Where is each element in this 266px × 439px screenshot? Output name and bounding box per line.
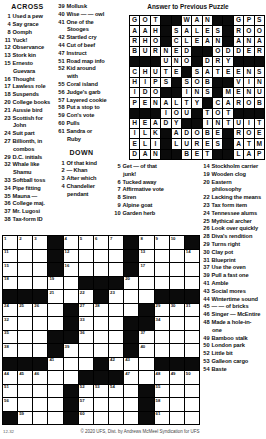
puzzle-cell[interactable] bbox=[33, 398, 47, 411]
puzzle-cell[interactable] bbox=[170, 385, 184, 398]
solution-black-cell bbox=[203, 98, 212, 107]
puzzle-cell[interactable] bbox=[109, 263, 123, 276]
solution-letter-cell: E bbox=[223, 67, 232, 76]
puzzle-cell[interactable] bbox=[170, 398, 184, 411]
solution-letter-cell: P bbox=[255, 150, 264, 159]
puzzle-cell[interactable] bbox=[94, 344, 108, 357]
solution-letter-cell: A bbox=[151, 119, 160, 128]
puzzle-cell[interactable] bbox=[170, 412, 184, 425]
clue: 8Siren bbox=[112, 194, 170, 202]
clue: 25Mythical archer bbox=[201, 218, 261, 226]
solution-letter-cell: R bbox=[151, 47, 160, 56]
puzzle-cell[interactable] bbox=[170, 277, 184, 290]
puzzle-cell[interactable] bbox=[94, 317, 108, 330]
puzzle-cell[interactable] bbox=[33, 250, 47, 263]
solution-letter-cell: S bbox=[213, 139, 222, 148]
puzzle-cell[interactable]: 17 bbox=[139, 263, 153, 276]
clue: 20Eastern philosophy bbox=[201, 179, 261, 195]
solution-letter-cell: E bbox=[203, 139, 212, 148]
clue: 20College books bbox=[2, 99, 53, 107]
puzzle-cell[interactable] bbox=[155, 250, 169, 263]
puzzle-cell[interactable] bbox=[18, 344, 32, 357]
clue-number: 24 bbox=[2, 130, 11, 138]
puzzle-cell[interactable] bbox=[185, 344, 199, 357]
puzzle-cell[interactable]: 2 bbox=[18, 236, 32, 249]
puzzle-cell[interactable] bbox=[79, 250, 93, 263]
across-header: ACROSS bbox=[2, 3, 53, 11]
clue-number: 53 bbox=[201, 358, 210, 366]
solution-black-cell bbox=[223, 37, 232, 46]
puzzle-cell[interactable] bbox=[109, 398, 123, 411]
solution-black-cell bbox=[161, 150, 170, 159]
clue: 29D.C. initials bbox=[2, 154, 53, 162]
solution-letter-cell: H bbox=[130, 78, 139, 87]
clue: 12Observance bbox=[2, 44, 53, 52]
solution-letter-cell: E bbox=[255, 129, 264, 138]
clue: 22Lacking the means bbox=[201, 194, 261, 202]
puzzle-cell[interactable]: 32 bbox=[3, 317, 17, 330]
clue-number: 9 bbox=[112, 202, 121, 210]
cell-number: 38 bbox=[4, 345, 9, 350]
solution-black-cell bbox=[161, 16, 170, 25]
puzzle-cell[interactable] bbox=[124, 304, 138, 317]
clue-number: 35 bbox=[2, 193, 11, 201]
solution-black-cell bbox=[192, 57, 201, 66]
puzzle-cell[interactable]: 16 bbox=[64, 263, 78, 276]
puzzle-cell[interactable]: 57 bbox=[79, 398, 93, 411]
across-clues-39-61: 39Mollusk40Wise — — owl41One of the Stoo… bbox=[56, 3, 107, 143]
clue: 4Chandelier pendant bbox=[56, 183, 107, 199]
puzzle-cell[interactable]: 5 bbox=[79, 236, 93, 249]
puzzle-cell[interactable] bbox=[109, 344, 123, 357]
clue-number: 23 bbox=[201, 202, 210, 210]
clue: 53Galleon cargo bbox=[201, 358, 261, 366]
puzzle-cell[interactable] bbox=[48, 317, 62, 330]
puzzle-cell[interactable] bbox=[94, 263, 108, 276]
solution-letter-cell: H bbox=[130, 119, 139, 128]
clue-number: 58 bbox=[56, 104, 65, 112]
black-cell bbox=[124, 236, 138, 249]
puzzle-cell[interactable] bbox=[109, 331, 123, 344]
puzzle-cell[interactable]: 10 bbox=[170, 236, 184, 249]
solution-letter-cell: O bbox=[151, 37, 160, 46]
puzzle-cell[interactable] bbox=[94, 412, 108, 425]
puzzle-cell[interactable]: 36 bbox=[79, 331, 93, 344]
solution-black-cell bbox=[234, 57, 243, 66]
solution-letter-cell: D bbox=[223, 47, 232, 56]
clue: 61Sandra or Ruby bbox=[56, 128, 107, 144]
puzzle-cell[interactable] bbox=[185, 412, 199, 425]
puzzle-cell[interactable] bbox=[139, 277, 153, 290]
solution-letter-cell: A bbox=[161, 98, 170, 107]
solution-black-cell bbox=[244, 57, 253, 66]
copyright-line: © 2020 UFS, Dist. by Andrews McMeel Synd… bbox=[40, 429, 240, 434]
puzzle-cell[interactable]: 60 bbox=[79, 412, 93, 425]
cell-number: 22 bbox=[80, 291, 85, 296]
clue: 15Ernesto Guevara bbox=[2, 60, 53, 76]
solution-letter-cell: U bbox=[182, 139, 191, 148]
solution-letter-cell: O bbox=[182, 57, 191, 66]
puzzle-cell[interactable] bbox=[33, 331, 47, 344]
puzzle-cell[interactable] bbox=[139, 290, 153, 303]
puzzle-cell[interactable] bbox=[48, 304, 62, 317]
clue-number: 49 bbox=[201, 335, 210, 343]
cell-number: 47 bbox=[125, 372, 130, 377]
puzzle-cell[interactable] bbox=[170, 250, 184, 263]
puzzle-cell[interactable]: 33 bbox=[79, 317, 93, 330]
puzzle-cell[interactable]: 9 bbox=[155, 236, 169, 249]
puzzle-cell[interactable] bbox=[79, 344, 93, 357]
cell-number: 16 bbox=[65, 264, 70, 269]
clue-number: 48 bbox=[201, 319, 210, 327]
puzzle-cell[interactable] bbox=[124, 412, 138, 425]
puzzle-cell[interactable] bbox=[185, 398, 199, 411]
black-cell bbox=[94, 371, 108, 384]
solution-black-cell bbox=[130, 57, 139, 66]
black-cell bbox=[3, 358, 17, 371]
puzzle-cell[interactable]: 27 bbox=[79, 304, 93, 317]
black-cell bbox=[124, 250, 138, 263]
solution-letter-cell: Y bbox=[172, 119, 181, 128]
puzzle-cell[interactable] bbox=[139, 358, 153, 371]
cell-number: 6 bbox=[95, 237, 97, 242]
clue-number: 38 bbox=[2, 216, 11, 224]
puzzle-cell[interactable] bbox=[155, 331, 169, 344]
puzzle-cell[interactable]: 23 bbox=[109, 290, 123, 303]
clue-number: 54 bbox=[201, 366, 210, 374]
puzzle-cell[interactable] bbox=[48, 398, 62, 411]
cell-number: 23 bbox=[110, 291, 115, 296]
clue: 47Instruct bbox=[56, 50, 107, 58]
puzzle-cell[interactable] bbox=[94, 250, 108, 263]
puzzle-cell[interactable]: 39 bbox=[64, 344, 78, 357]
puzzle-cell[interactable]: 28 bbox=[94, 304, 108, 317]
puzzle-cell[interactable] bbox=[109, 250, 123, 263]
puzzle-cell[interactable]: 56 bbox=[3, 398, 17, 411]
puzzle-cell[interactable] bbox=[18, 263, 32, 276]
puzzle-cell[interactable]: 55 bbox=[155, 385, 169, 398]
puzzle-cell[interactable]: 14 bbox=[185, 250, 199, 263]
puzzle-cell[interactable] bbox=[79, 358, 93, 371]
clue-number: 39 bbox=[201, 272, 210, 280]
puzzle-cell[interactable] bbox=[185, 331, 199, 344]
cell-number: 56 bbox=[4, 399, 9, 404]
puzzle-cell[interactable] bbox=[170, 331, 184, 344]
solution-letter-cell: I bbox=[244, 78, 253, 87]
solution-letter-cell: O bbox=[151, 88, 160, 97]
puzzle-cell[interactable]: 47 bbox=[124, 371, 138, 384]
clue: 50London park bbox=[201, 342, 261, 350]
clue: 36College maj. bbox=[2, 200, 53, 208]
puzzle-cell[interactable] bbox=[109, 412, 123, 425]
clue: 35Mauna — bbox=[2, 193, 53, 201]
puzzle-cell[interactable]: 7 bbox=[109, 236, 123, 249]
solution-black-cell bbox=[172, 88, 181, 97]
puzzle-cell[interactable]: 4 bbox=[64, 236, 78, 249]
puzzle-cell[interactable] bbox=[94, 331, 108, 344]
solution-letter-cell: B bbox=[182, 150, 191, 159]
solution-letter-cell: R bbox=[255, 47, 264, 56]
puzzle-cell[interactable] bbox=[18, 277, 32, 290]
puzzle-cell[interactable]: 45 bbox=[18, 371, 32, 384]
cell-number: 30 bbox=[171, 304, 176, 309]
puzzle-cell[interactable] bbox=[18, 385, 32, 398]
puzzle-cell[interactable]: 12 bbox=[64, 250, 78, 263]
puzzle-cell[interactable]: 3 bbox=[33, 236, 47, 249]
puzzle-cell[interactable]: 41 bbox=[48, 358, 62, 371]
clue-number: 23 bbox=[2, 115, 11, 123]
puzzle-cell[interactable] bbox=[18, 250, 32, 263]
solution-letter-cell: A bbox=[140, 150, 149, 159]
solution-letter-cell: A bbox=[234, 139, 243, 148]
cell-number: 43 bbox=[125, 358, 130, 363]
puzzle-cell[interactable]: 26 bbox=[33, 304, 47, 317]
solution-letter-cell: E bbox=[234, 88, 243, 97]
clue-number: 5 bbox=[112, 163, 121, 171]
puzzle-cell[interactable]: 22 bbox=[79, 290, 93, 303]
clue-number: 22 bbox=[201, 194, 210, 202]
clue: 1Of that kind bbox=[56, 160, 107, 168]
cell-number: 59 bbox=[19, 412, 24, 417]
puzzle-cell[interactable]: 15 bbox=[3, 263, 17, 276]
puzzle-cell[interactable]: 18 bbox=[3, 277, 17, 290]
solution-black-cell bbox=[213, 78, 222, 87]
puzzle-cell[interactable]: 25 bbox=[18, 304, 32, 317]
clue-number: 13 bbox=[2, 52, 11, 60]
clue: 29Turns right bbox=[201, 241, 261, 249]
clue-number: 27 bbox=[2, 138, 11, 146]
puzzle-cell[interactable]: 46 bbox=[33, 371, 47, 384]
cell-number: 1 bbox=[4, 237, 6, 242]
solution-letter-cell: Y bbox=[223, 57, 232, 66]
puzzle-cell[interactable] bbox=[18, 317, 32, 330]
cell-number: 54 bbox=[110, 385, 115, 390]
clue: 60Pulls bbox=[56, 120, 107, 128]
black-cell bbox=[48, 344, 62, 357]
cell-number: 51 bbox=[4, 385, 9, 390]
solution-letter-cell: O bbox=[244, 26, 253, 35]
puzzle-cell[interactable]: 44 bbox=[3, 371, 17, 384]
solution-black-cell bbox=[140, 109, 149, 118]
black-cell bbox=[139, 398, 153, 411]
puzzle-cell[interactable]: 59 bbox=[18, 412, 32, 425]
clue-number: 19 bbox=[201, 171, 210, 179]
puzzle-cell[interactable]: 31 bbox=[185, 304, 199, 317]
solution-black-cell bbox=[223, 16, 232, 25]
puzzle-cell[interactable] bbox=[18, 331, 32, 344]
clue-number: 50 bbox=[201, 342, 210, 350]
solution-letter-cell: S bbox=[172, 26, 181, 35]
solution-letter-cell: A bbox=[223, 98, 232, 107]
solution-letter-cell: I bbox=[161, 109, 170, 118]
solution-black-cell bbox=[213, 16, 222, 25]
cell-number: 17 bbox=[140, 264, 145, 269]
puzzle-cell[interactable] bbox=[48, 371, 62, 384]
puzzle-cell[interactable] bbox=[64, 277, 78, 290]
puzzle-cell[interactable]: 35 bbox=[3, 331, 17, 344]
black-cell bbox=[64, 412, 78, 425]
clue: 55Coral island bbox=[56, 81, 107, 89]
puzzle-cell[interactable]: 34 bbox=[155, 317, 169, 330]
puzzle-cell[interactable] bbox=[33, 317, 47, 330]
clue: 21Aussie bird bbox=[2, 107, 53, 115]
clue: 43Social mores bbox=[201, 288, 261, 296]
solution-letter-cell: O bbox=[140, 16, 149, 25]
puzzle-cell[interactable] bbox=[185, 277, 199, 290]
clue: 37Use the oven bbox=[201, 264, 261, 272]
puzzle-cell[interactable]: 54 bbox=[109, 385, 123, 398]
solution-black-cell bbox=[151, 57, 160, 66]
black-cell bbox=[109, 277, 123, 290]
clue: 42Startled cry bbox=[56, 34, 107, 42]
puzzle-cell[interactable]: 20 bbox=[124, 277, 138, 290]
puzzle-cell[interactable]: 52 bbox=[79, 385, 93, 398]
puzzle-cell[interactable]: 40 bbox=[139, 344, 153, 357]
solution-letter-cell: A bbox=[255, 37, 264, 46]
solution-letter-cell: A bbox=[182, 26, 191, 35]
puzzle-cell[interactable]: 21 bbox=[48, 290, 62, 303]
puzzle-cell[interactable]: 50 bbox=[185, 371, 199, 384]
puzzle-cell[interactable] bbox=[109, 317, 123, 330]
solution-letter-cell: K bbox=[151, 129, 160, 138]
crossword-page: ACROSS 1Used a pew4Say grace8Oomph11Yuck… bbox=[0, 0, 266, 439]
puzzle-cell[interactable] bbox=[185, 317, 199, 330]
puzzle-cell[interactable]: 11 bbox=[3, 250, 17, 263]
black-cell bbox=[155, 358, 169, 371]
puzzle-cell[interactable]: 49 bbox=[170, 371, 184, 384]
solution-letter-cell: A bbox=[172, 129, 181, 138]
puzzle-cell[interactable] bbox=[48, 385, 62, 398]
solution-letter-cell: L bbox=[172, 98, 181, 107]
black-cell bbox=[3, 412, 17, 425]
second-clue-column: 39Mollusk40Wise — — owl41One of the Stoo… bbox=[56, 3, 107, 199]
solution-letter-cell: O bbox=[244, 98, 253, 107]
puzzle-cell[interactable] bbox=[33, 277, 47, 290]
solution-letter-cell: R bbox=[234, 98, 243, 107]
solution-letter-cell: R bbox=[130, 37, 139, 46]
black-cell bbox=[3, 290, 17, 303]
black-cell bbox=[155, 290, 169, 303]
puzzle-cell[interactable] bbox=[155, 344, 169, 357]
solution-letter-cell: A bbox=[203, 67, 212, 76]
black-cell bbox=[185, 358, 199, 371]
puzzle-cell[interactable]: 53 bbox=[94, 385, 108, 398]
solution-letter-cell: E bbox=[244, 47, 253, 56]
puzzle-cell[interactable] bbox=[170, 263, 184, 276]
puzzle-cell[interactable]: 43 bbox=[124, 358, 138, 371]
solution-black-cell bbox=[234, 109, 243, 118]
down-header: DOWN bbox=[56, 149, 107, 157]
puzzle-cell[interactable] bbox=[33, 344, 47, 357]
puzzle-cell[interactable] bbox=[64, 358, 78, 371]
puzzle-cell[interactable] bbox=[79, 263, 93, 276]
clue: 38Tax-form ID bbox=[2, 216, 53, 224]
puzzle-cell[interactable]: 19 bbox=[48, 277, 62, 290]
puzzle-cell[interactable]: 61 bbox=[155, 412, 169, 425]
solution-letter-cell: R bbox=[234, 26, 243, 35]
clue-number: 6 bbox=[112, 179, 121, 187]
puzzle-cell[interactable]: 38 bbox=[3, 344, 17, 357]
solution-letter-cell: A bbox=[130, 26, 139, 35]
black-cell bbox=[79, 371, 93, 384]
puzzle-cell[interactable]: 24 bbox=[3, 304, 17, 317]
puzzle-cell[interactable]: 37 bbox=[139, 331, 153, 344]
solution-letter-cell: A bbox=[244, 150, 253, 159]
puzzle-cell[interactable] bbox=[64, 371, 78, 384]
clue: 48Made a hole-in-one bbox=[201, 319, 261, 335]
puzzle-cell[interactable] bbox=[33, 412, 47, 425]
clue-number: 34 bbox=[2, 185, 11, 193]
puzzle-cell[interactable]: 8 bbox=[139, 236, 153, 249]
puzzle-cell[interactable]: 1 bbox=[3, 236, 17, 249]
puzzle-cell[interactable]: 58 bbox=[155, 398, 169, 411]
clue: 33Softball toss bbox=[2, 177, 53, 185]
puzzle-cell[interactable] bbox=[48, 412, 62, 425]
puzzle-cell[interactable] bbox=[124, 398, 138, 411]
solution-black-cell bbox=[151, 109, 160, 118]
solution-letter-cell: E bbox=[130, 139, 139, 148]
solution-letter-cell: A bbox=[234, 37, 243, 46]
solution-black-cell bbox=[130, 109, 139, 118]
puzzle-cell[interactable] bbox=[155, 277, 169, 290]
clue: 49Bamboo stalk bbox=[201, 335, 261, 343]
clue: 41Amble bbox=[201, 280, 261, 288]
solution-letter-cell: P bbox=[151, 78, 160, 87]
puzzle-cell[interactable] bbox=[185, 385, 199, 398]
puzzle-cell[interactable] bbox=[33, 263, 47, 276]
clue: 39Mollusk bbox=[56, 3, 107, 11]
puzzle-cell[interactable] bbox=[139, 371, 153, 384]
puzzle-cell[interactable]: 29 bbox=[155, 304, 169, 317]
puzzle-cell[interactable] bbox=[170, 317, 184, 330]
puzzle-cell[interactable] bbox=[33, 385, 47, 398]
puzzle-cell[interactable] bbox=[155, 263, 169, 276]
puzzle-cell[interactable] bbox=[170, 344, 184, 357]
puzzle-cell[interactable] bbox=[18, 398, 32, 411]
puzzle-cell[interactable] bbox=[124, 290, 138, 303]
solution-black-cell bbox=[223, 78, 232, 87]
solution-black-cell bbox=[223, 150, 232, 159]
puzzle-cell[interactable] bbox=[109, 304, 123, 317]
puzzle-cell[interactable]: 30 bbox=[170, 304, 184, 317]
black-cell bbox=[139, 412, 153, 425]
black-cell bbox=[124, 263, 138, 276]
puzzle-cell[interactable]: 13 bbox=[139, 250, 153, 263]
solution-letter-cell: N bbox=[255, 78, 264, 87]
solution-black-cell bbox=[223, 139, 232, 148]
solution-letter-cell: P bbox=[130, 98, 139, 107]
puzzle-cell[interactable]: 42 bbox=[109, 358, 123, 371]
solution-letter-cell: V bbox=[234, 78, 243, 87]
clue-number: 41 bbox=[56, 19, 65, 27]
puzzle-cell[interactable] bbox=[94, 398, 108, 411]
puzzle-cell[interactable] bbox=[185, 263, 199, 276]
puzzle-cell[interactable]: 48 bbox=[155, 371, 169, 384]
solution-letter-cell: N bbox=[192, 88, 201, 97]
puzzle-cell[interactable]: 51 bbox=[3, 385, 17, 398]
solution-black-cell bbox=[255, 109, 264, 118]
solution-black-cell bbox=[182, 67, 191, 76]
puzzle-cell[interactable]: 6 bbox=[94, 236, 108, 249]
solution-letter-cell: N bbox=[213, 119, 222, 128]
solution-letter-cell: R bbox=[192, 139, 201, 148]
puzzle-cell[interactable] bbox=[124, 385, 138, 398]
solution-letter-cell: N bbox=[244, 37, 253, 46]
black-cell bbox=[124, 344, 138, 357]
puzzle-cell[interactable] bbox=[64, 290, 78, 303]
clue-number: 8 bbox=[2, 29, 11, 37]
cell-number: 53 bbox=[95, 385, 100, 390]
